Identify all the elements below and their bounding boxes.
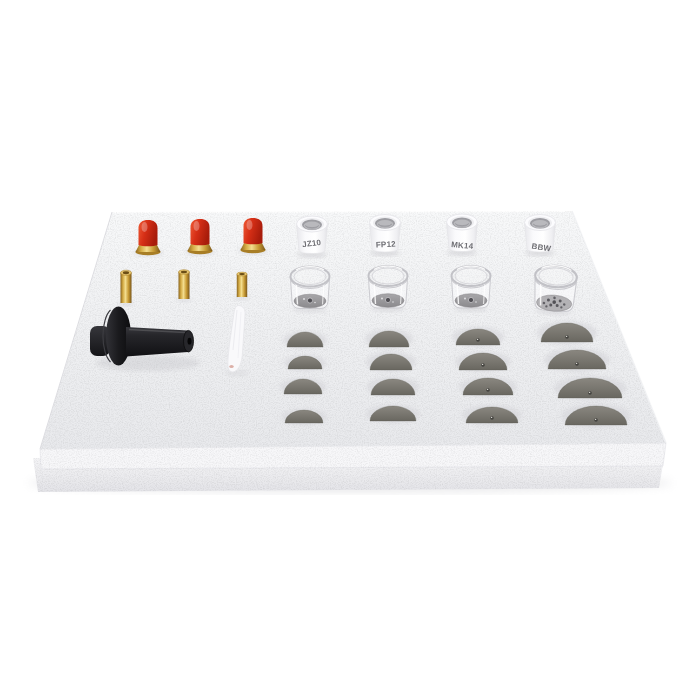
red-capped-collet-body-1 [136, 220, 161, 255]
ceramic-cup-1 [297, 216, 328, 258]
glass-cup-2 [369, 266, 408, 312]
ceramic-cup-2 [370, 215, 401, 257]
glass-cup-3 [452, 266, 491, 312]
photo-svg: JZ10 FP12 MK14 BBW [0, 0, 700, 700]
cup-label-fp12: FP12 [376, 239, 397, 249]
plastic-part-speck [229, 365, 233, 368]
glass-cup-1 [291, 267, 330, 313]
brass-collet-1 [121, 270, 132, 303]
red-capped-collet-body-3 [241, 218, 266, 253]
brass-collet-2 [179, 270, 190, 299]
red-capped-collet-bodies [133, 218, 268, 257]
red-capped-collet-body-2 [188, 219, 213, 254]
product-photo: JZ10 FP12 MK14 BBW [0, 0, 700, 700]
back-cap-tip-hole [188, 338, 192, 345]
brass-collet-3 [237, 272, 247, 297]
